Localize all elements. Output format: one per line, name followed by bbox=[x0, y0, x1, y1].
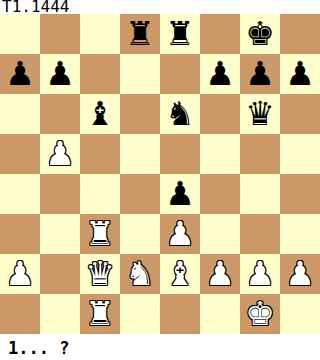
square-a3[interactable] bbox=[0, 214, 40, 254]
chess-board: ♜♜♚♟♟♟♟♟♝♞♛♟♟♜♟♟♛♞♝♟♟♟♜♚ bbox=[0, 14, 320, 334]
white-pawn[interactable]: ♟ bbox=[45, 134, 75, 174]
square-b6[interactable] bbox=[40, 94, 80, 134]
white-rook[interactable]: ♜ bbox=[85, 214, 115, 254]
black-pawn[interactable]: ♟ bbox=[165, 174, 195, 214]
square-a5[interactable] bbox=[0, 134, 40, 174]
puzzle-title: T1.1444 bbox=[0, 0, 320, 14]
square-c2[interactable]: ♛ bbox=[80, 254, 120, 294]
square-d1[interactable] bbox=[120, 294, 160, 334]
black-queen[interactable]: ♛ bbox=[245, 94, 275, 134]
square-f8[interactable] bbox=[200, 14, 240, 54]
white-queen[interactable]: ♛ bbox=[85, 254, 115, 294]
black-pawn[interactable]: ♟ bbox=[285, 54, 315, 94]
square-b5[interactable]: ♟ bbox=[40, 134, 80, 174]
black-pawn[interactable]: ♟ bbox=[245, 54, 275, 94]
square-d4[interactable] bbox=[120, 174, 160, 214]
white-rook[interactable]: ♜ bbox=[85, 294, 115, 334]
square-e7[interactable] bbox=[160, 54, 200, 94]
black-pawn[interactable]: ♟ bbox=[45, 54, 75, 94]
square-g4[interactable] bbox=[240, 174, 280, 214]
white-pawn[interactable]: ♟ bbox=[165, 214, 195, 254]
white-pawn[interactable]: ♟ bbox=[5, 254, 35, 294]
square-e4[interactable]: ♟ bbox=[160, 174, 200, 214]
square-h4[interactable] bbox=[280, 174, 320, 214]
white-knight[interactable]: ♞ bbox=[125, 254, 155, 294]
square-a6[interactable] bbox=[0, 94, 40, 134]
square-g7[interactable]: ♟ bbox=[240, 54, 280, 94]
square-f7[interactable]: ♟ bbox=[200, 54, 240, 94]
square-e5[interactable] bbox=[160, 134, 200, 174]
square-c5[interactable] bbox=[80, 134, 120, 174]
square-d8[interactable]: ♜ bbox=[120, 14, 160, 54]
white-pawn[interactable]: ♟ bbox=[205, 254, 235, 294]
square-f6[interactable] bbox=[200, 94, 240, 134]
square-b1[interactable] bbox=[40, 294, 80, 334]
square-c1[interactable]: ♜ bbox=[80, 294, 120, 334]
black-rook[interactable]: ♜ bbox=[125, 14, 155, 54]
square-h6[interactable] bbox=[280, 94, 320, 134]
square-c8[interactable] bbox=[80, 14, 120, 54]
square-f3[interactable] bbox=[200, 214, 240, 254]
square-e8[interactable]: ♜ bbox=[160, 14, 200, 54]
square-e2[interactable]: ♝ bbox=[160, 254, 200, 294]
square-d5[interactable] bbox=[120, 134, 160, 174]
square-a7[interactable]: ♟ bbox=[0, 54, 40, 94]
square-b8[interactable] bbox=[40, 14, 80, 54]
square-d7[interactable] bbox=[120, 54, 160, 94]
square-f1[interactable] bbox=[200, 294, 240, 334]
square-a8[interactable] bbox=[0, 14, 40, 54]
square-d2[interactable]: ♞ bbox=[120, 254, 160, 294]
square-c6[interactable]: ♝ bbox=[80, 94, 120, 134]
white-king[interactable]: ♚ bbox=[245, 294, 275, 334]
square-h8[interactable] bbox=[280, 14, 320, 54]
square-g5[interactable] bbox=[240, 134, 280, 174]
square-g2[interactable]: ♟ bbox=[240, 254, 280, 294]
move-prompt: 1... ? bbox=[0, 334, 320, 360]
square-f5[interactable] bbox=[200, 134, 240, 174]
square-g1[interactable]: ♚ bbox=[240, 294, 280, 334]
black-knight[interactable]: ♞ bbox=[165, 94, 195, 134]
square-c4[interactable] bbox=[80, 174, 120, 214]
square-c7[interactable] bbox=[80, 54, 120, 94]
black-king[interactable]: ♚ bbox=[245, 14, 275, 54]
black-bishop[interactable]: ♝ bbox=[85, 94, 115, 134]
square-g6[interactable]: ♛ bbox=[240, 94, 280, 134]
square-f4[interactable] bbox=[200, 174, 240, 214]
square-b4[interactable] bbox=[40, 174, 80, 214]
square-d3[interactable] bbox=[120, 214, 160, 254]
black-pawn[interactable]: ♟ bbox=[205, 54, 235, 94]
square-e1[interactable] bbox=[160, 294, 200, 334]
square-b7[interactable]: ♟ bbox=[40, 54, 80, 94]
square-a2[interactable]: ♟ bbox=[0, 254, 40, 294]
square-h7[interactable]: ♟ bbox=[280, 54, 320, 94]
black-pawn[interactable]: ♟ bbox=[5, 54, 35, 94]
square-f2[interactable]: ♟ bbox=[200, 254, 240, 294]
square-e6[interactable]: ♞ bbox=[160, 94, 200, 134]
square-g8[interactable]: ♚ bbox=[240, 14, 280, 54]
square-b3[interactable] bbox=[40, 214, 80, 254]
square-d6[interactable] bbox=[120, 94, 160, 134]
white-bishop[interactable]: ♝ bbox=[165, 254, 195, 294]
square-h5[interactable] bbox=[280, 134, 320, 174]
square-h2[interactable]: ♟ bbox=[280, 254, 320, 294]
white-pawn[interactable]: ♟ bbox=[245, 254, 275, 294]
square-b2[interactable] bbox=[40, 254, 80, 294]
square-a4[interactable] bbox=[0, 174, 40, 214]
square-h3[interactable] bbox=[280, 214, 320, 254]
square-c3[interactable]: ♜ bbox=[80, 214, 120, 254]
square-a1[interactable] bbox=[0, 294, 40, 334]
square-h1[interactable] bbox=[280, 294, 320, 334]
square-g3[interactable] bbox=[240, 214, 280, 254]
black-rook[interactable]: ♜ bbox=[165, 14, 195, 54]
white-pawn[interactable]: ♟ bbox=[285, 254, 315, 294]
square-e3[interactable]: ♟ bbox=[160, 214, 200, 254]
